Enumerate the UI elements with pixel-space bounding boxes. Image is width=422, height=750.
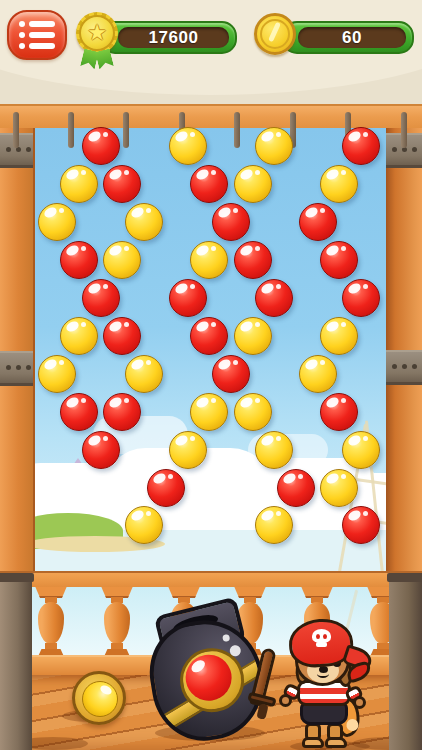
cannon-shine <box>229 644 242 657</box>
bubble-yellow <box>299 355 337 393</box>
menu-button[interactable] <box>7 10 67 60</box>
next-bubble-holder[interactable] <box>72 671 126 725</box>
bubble-yellow <box>125 355 163 393</box>
bubble-yellow <box>255 127 293 165</box>
bubble-yellow <box>255 431 293 469</box>
bubble-red <box>147 469 185 507</box>
skull-eye <box>316 634 320 639</box>
metal-bracket <box>386 350 422 385</box>
wooden-sword-grip <box>256 703 268 720</box>
bubble-red <box>190 317 228 355</box>
cannon-shine <box>222 634 230 642</box>
bubble-red <box>342 279 380 317</box>
bubble-yellow <box>38 203 76 241</box>
bubble-red <box>320 393 358 431</box>
bubble-red <box>299 203 337 241</box>
coin-well: 60 <box>298 27 406 48</box>
bubble-red <box>60 241 98 279</box>
bubble-yellow <box>320 469 358 507</box>
bubble-yellow <box>320 165 358 203</box>
score-well: 17600 <box>118 27 229 48</box>
bubble-yellow <box>169 127 207 165</box>
dog-foot <box>302 737 324 748</box>
coin-value: 60 <box>342 28 362 48</box>
bubble-red <box>103 317 141 355</box>
bubble-red <box>342 127 380 165</box>
bubble-red <box>190 165 228 203</box>
bubble-yellow <box>125 203 163 241</box>
bubble-red <box>342 506 380 544</box>
bubble-red <box>234 241 272 279</box>
bubble-yellow <box>60 165 98 203</box>
dog-paw <box>353 696 366 709</box>
bubble-red <box>60 393 98 431</box>
bubble-yellow <box>190 393 228 431</box>
peg <box>401 112 407 148</box>
bubble-yellow <box>60 317 98 355</box>
medal-icon: ★ <box>76 12 118 54</box>
skull-eye <box>323 634 327 639</box>
dog-mouth <box>317 670 329 678</box>
bubble-yellow <box>190 241 228 279</box>
pirate-puppy-character <box>250 615 375 750</box>
bubble-red <box>212 203 250 241</box>
bubble-yellow <box>125 506 163 544</box>
bubble-red <box>212 355 250 393</box>
skull-icon-jaw <box>316 642 327 647</box>
coin-icon <box>254 13 296 55</box>
score-bar: 17600 <box>100 21 237 54</box>
bubble-yellow <box>234 393 272 431</box>
bubble-red <box>169 279 207 317</box>
peg <box>13 112 19 148</box>
bubble-yellow <box>320 317 358 355</box>
score-value: 17600 <box>149 28 199 48</box>
coin-bar: 60 <box>282 21 414 54</box>
left-pillar <box>0 128 35 571</box>
metal-bracket <box>0 351 33 386</box>
star-icon: ★ <box>87 22 107 44</box>
dog-foot <box>325 737 347 748</box>
bubble-yellow <box>103 241 141 279</box>
bubble-yellow <box>234 317 272 355</box>
bubble-red <box>277 469 315 507</box>
bubble-red <box>82 127 120 165</box>
bubble-yellow <box>255 506 293 544</box>
bubble-red <box>320 241 358 279</box>
bubble-red <box>103 393 141 431</box>
deck-post-right <box>389 573 422 750</box>
next-bubble-yellow <box>82 681 118 717</box>
baluster <box>33 587 69 657</box>
skull-icon <box>312 629 331 643</box>
bubble-yellow <box>169 431 207 469</box>
bubble-yellow <box>234 165 272 203</box>
dog-paw <box>279 694 292 707</box>
list-menu-icon <box>19 21 55 49</box>
bubble-red <box>82 279 120 317</box>
bubble-red <box>255 279 293 317</box>
deck-post-left <box>0 573 32 750</box>
baluster <box>99 587 135 657</box>
bubble-red <box>82 431 120 469</box>
bubble-yellow <box>38 355 76 393</box>
game-screen: 17600 ★ 60 <box>0 0 422 750</box>
bubble-red <box>103 165 141 203</box>
bubble-yellow <box>342 431 380 469</box>
bubble-board[interactable] <box>33 128 386 571</box>
